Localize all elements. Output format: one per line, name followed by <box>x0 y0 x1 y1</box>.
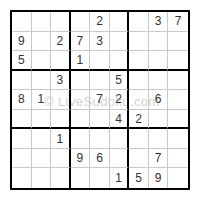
cell-r8c5[interactable]: 6 <box>90 149 110 169</box>
cell-r2c9[interactable] <box>168 32 188 52</box>
sudoku-board: 2379273513581726421967159 <box>10 10 190 190</box>
cell-r5c6[interactable]: 2 <box>110 90 130 110</box>
cell-r5c2[interactable]: 1 <box>32 90 52 110</box>
cell-r4c5[interactable] <box>90 71 110 91</box>
cell-r9c8[interactable]: 9 <box>149 168 169 188</box>
cell-r7c7[interactable] <box>129 129 149 149</box>
cell-r6c6[interactable]: 4 <box>110 110 130 130</box>
cell-r4c2[interactable] <box>32 71 52 91</box>
cell-r5c5[interactable]: 7 <box>90 90 110 110</box>
cell-r4c9[interactable] <box>168 71 188 91</box>
cell-r4c3[interactable]: 3 <box>51 71 71 91</box>
cell-r8c6[interactable] <box>110 149 130 169</box>
cell-r1c9[interactable]: 7 <box>168 12 188 32</box>
cell-r1c1[interactable] <box>12 12 32 32</box>
cell-r9c2[interactable] <box>32 168 52 188</box>
cell-r2c3[interactable]: 2 <box>51 32 71 52</box>
cell-r3c7[interactable] <box>129 51 149 71</box>
cell-r9c7[interactable]: 5 <box>129 168 149 188</box>
cell-r3c2[interactable] <box>32 51 52 71</box>
cell-r2c4[interactable]: 7 <box>71 32 91 52</box>
cell-r4c8[interactable] <box>149 71 169 91</box>
cell-r5c8[interactable]: 6 <box>149 90 169 110</box>
cell-r9c5[interactable] <box>90 168 110 188</box>
cell-r2c5[interactable]: 3 <box>90 32 110 52</box>
cell-r4c6[interactable]: 5 <box>110 71 130 91</box>
cell-r5c1[interactable]: 8 <box>12 90 32 110</box>
cell-r8c4[interactable]: 9 <box>71 149 91 169</box>
cell-r1c7[interactable] <box>129 12 149 32</box>
cell-r7c9[interactable] <box>168 129 188 149</box>
cell-r7c3[interactable]: 1 <box>51 129 71 149</box>
cell-r6c4[interactable] <box>71 110 91 130</box>
cell-r7c2[interactable] <box>32 129 52 149</box>
cell-r3c9[interactable] <box>168 51 188 71</box>
cell-r8c1[interactable] <box>12 149 32 169</box>
cell-r7c6[interactable] <box>110 129 130 149</box>
cell-r6c3[interactable] <box>51 110 71 130</box>
cell-r2c6[interactable] <box>110 32 130 52</box>
cell-r7c4[interactable] <box>71 129 91 149</box>
cell-r1c3[interactable] <box>51 12 71 32</box>
cell-r9c6[interactable]: 1 <box>110 168 130 188</box>
cell-r5c3[interactable] <box>51 90 71 110</box>
cell-r5c7[interactable] <box>129 90 149 110</box>
cell-r3c8[interactable] <box>149 51 169 71</box>
cell-r8c3[interactable] <box>51 149 71 169</box>
cell-r3c3[interactable] <box>51 51 71 71</box>
sudoku-page: 2379273513581726421967159 © LiveSudoku.c… <box>0 0 200 200</box>
cell-r2c7[interactable] <box>129 32 149 52</box>
cell-r3c1[interactable]: 5 <box>12 51 32 71</box>
cell-r9c9[interactable] <box>168 168 188 188</box>
cell-r1c8[interactable]: 3 <box>149 12 169 32</box>
cell-r9c1[interactable] <box>12 168 32 188</box>
cell-r7c1[interactable] <box>12 129 32 149</box>
cell-r4c4[interactable] <box>71 71 91 91</box>
cell-r2c8[interactable] <box>149 32 169 52</box>
cell-r3c4[interactable]: 1 <box>71 51 91 71</box>
cell-r8c2[interactable] <box>32 149 52 169</box>
cell-r6c7[interactable]: 2 <box>129 110 149 130</box>
cell-r8c7[interactable] <box>129 149 149 169</box>
cell-r6c9[interactable] <box>168 110 188 130</box>
cell-r5c9[interactable] <box>168 90 188 110</box>
cell-r2c1[interactable]: 9 <box>12 32 32 52</box>
cell-r9c3[interactable] <box>51 168 71 188</box>
cell-r1c4[interactable] <box>71 12 91 32</box>
cell-r7c8[interactable] <box>149 129 169 149</box>
cell-r6c5[interactable] <box>90 110 110 130</box>
cell-r2c2[interactable] <box>32 32 52 52</box>
cell-r9c4[interactable] <box>71 168 91 188</box>
cell-r6c8[interactable] <box>149 110 169 130</box>
cell-r8c9[interactable] <box>168 149 188 169</box>
cell-r4c1[interactable] <box>12 71 32 91</box>
cell-r6c2[interactable] <box>32 110 52 130</box>
cell-r4c7[interactable] <box>129 71 149 91</box>
cell-r8c8[interactable]: 7 <box>149 149 169 169</box>
cell-r3c5[interactable] <box>90 51 110 71</box>
cell-r1c2[interactable] <box>32 12 52 32</box>
cell-r7c5[interactable] <box>90 129 110 149</box>
cell-r1c5[interactable]: 2 <box>90 12 110 32</box>
cell-r3c6[interactable] <box>110 51 130 71</box>
cell-r1c6[interactable] <box>110 12 130 32</box>
cell-r5c4[interactable] <box>71 90 91 110</box>
cell-r6c1[interactable] <box>12 110 32 130</box>
